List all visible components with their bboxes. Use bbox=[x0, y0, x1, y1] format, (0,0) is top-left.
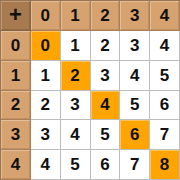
sum-cell: 3 bbox=[120, 31, 150, 61]
sum-cell: 1 bbox=[61, 31, 91, 61]
sum-cell: 6 bbox=[91, 150, 121, 180]
sum-cell: 6 bbox=[150, 91, 180, 121]
diagonal-sum-cell: 0 bbox=[31, 31, 61, 61]
diagonal-sum-cell: 4 bbox=[91, 91, 121, 121]
operator-cell: + bbox=[1, 1, 31, 31]
column-header-cell: 4 bbox=[150, 1, 180, 31]
sum-cell: 5 bbox=[120, 91, 150, 121]
row-header-cell: 3 bbox=[1, 120, 31, 150]
sum-cell: 1 bbox=[31, 61, 61, 91]
column-header-cell: 1 bbox=[61, 1, 91, 31]
sum-cell: 5 bbox=[91, 120, 121, 150]
diagonal-sum-cell: 8 bbox=[150, 150, 180, 180]
sum-cell: 3 bbox=[61, 91, 91, 121]
sum-cell: 4 bbox=[120, 61, 150, 91]
column-header-cell: 3 bbox=[120, 1, 150, 31]
row-header-cell: 1 bbox=[1, 61, 31, 91]
sum-cell: 2 bbox=[91, 31, 121, 61]
diagonal-sum-cell: 2 bbox=[61, 61, 91, 91]
sum-cell: 4 bbox=[31, 150, 61, 180]
sum-cell: 3 bbox=[91, 61, 121, 91]
sum-cell: 4 bbox=[150, 31, 180, 61]
column-header-cell: 2 bbox=[91, 1, 121, 31]
column-header-cell: 0 bbox=[31, 1, 61, 31]
addition-table-board: +01234001234112345223456334567445678 bbox=[0, 0, 180, 180]
sum-cell: 7 bbox=[150, 120, 180, 150]
sum-cell: 3 bbox=[31, 120, 61, 150]
row-header-cell: 0 bbox=[1, 31, 31, 61]
row-header-cell: 4 bbox=[1, 150, 31, 180]
sum-cell: 4 bbox=[61, 120, 91, 150]
sum-cell: 2 bbox=[31, 91, 61, 121]
row-header-cell: 2 bbox=[1, 91, 31, 121]
sum-cell: 5 bbox=[61, 150, 91, 180]
sum-cell: 7 bbox=[120, 150, 150, 180]
diagonal-sum-cell: 6 bbox=[120, 120, 150, 150]
sum-cell: 5 bbox=[150, 61, 180, 91]
